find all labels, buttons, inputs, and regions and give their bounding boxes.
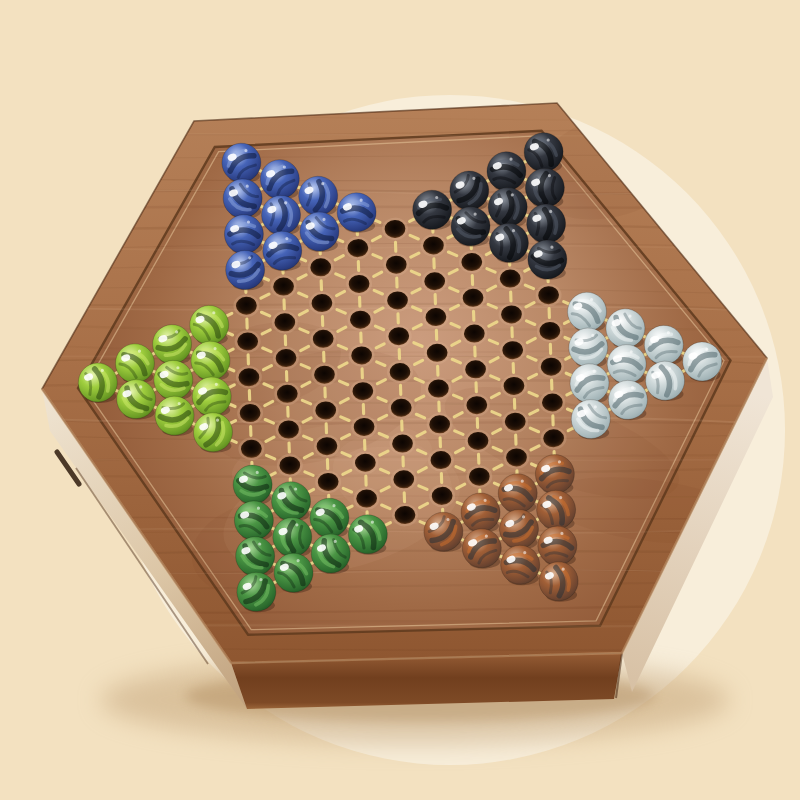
scene-svg [0, 0, 800, 800]
chinese-checkers-board-photo [0, 0, 800, 800]
